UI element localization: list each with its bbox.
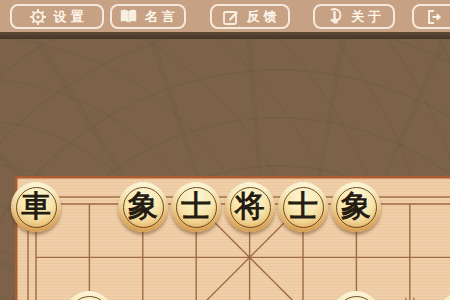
- settings-button[interactable]: 设置: [10, 4, 104, 29]
- piece-character: 将: [235, 191, 265, 221]
- logout-icon: [423, 7, 443, 27]
- quotes-label: 名言: [145, 8, 179, 26]
- piece-character: 象: [128, 191, 158, 221]
- exit-button[interactable]: [412, 4, 450, 29]
- piece-将-e0[interactable]: 将: [225, 182, 275, 232]
- piece-士-d0[interactable]: 士: [171, 182, 221, 232]
- toolbar-shadow: [0, 32, 450, 39]
- piece-character: 士: [288, 191, 318, 221]
- edit-icon: [222, 8, 240, 26]
- gear-icon: [29, 8, 47, 26]
- piece-象-c0[interactable]: 象: [118, 182, 168, 232]
- feedback-label: 反馈: [247, 8, 281, 26]
- pieces-layer: 車象士将士象砲馬砲: [0, 0, 450, 300]
- piece-士-f0[interactable]: 士: [278, 182, 328, 232]
- piece-象-g0[interactable]: 象: [331, 182, 381, 232]
- top-toolbar: 设置 名言 反馈 关于: [0, 0, 450, 32]
- piece-character: 車: [21, 191, 51, 221]
- piece-車-a0[interactable]: 車: [11, 182, 61, 232]
- piece-砲-b2[interactable]: 砲: [64, 291, 114, 300]
- touch-icon: [325, 7, 344, 26]
- piece-馬-g2[interactable]: 馬: [331, 291, 381, 300]
- piece-character: 士: [181, 191, 211, 221]
- about-label: 关于: [351, 8, 385, 26]
- piece-砲-i2[interactable]: 砲: [438, 291, 450, 300]
- about-button[interactable]: 关于: [313, 4, 395, 29]
- quotes-button[interactable]: 名言: [110, 4, 186, 29]
- app-screen: 車象士将士象砲馬砲 设置 名言 反馈: [0, 0, 450, 300]
- settings-label: 设置: [54, 8, 88, 26]
- piece-character: 象: [341, 191, 371, 221]
- book-icon: [119, 8, 138, 25]
- feedback-button[interactable]: 反馈: [210, 4, 290, 29]
